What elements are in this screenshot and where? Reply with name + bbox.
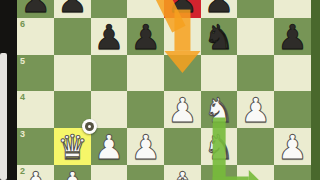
piece-white-pawn-d3[interactable]: ♟ [131,128,161,165]
square-b7[interactable]: ♟ [54,0,91,18]
piece-black-knight-f6[interactable]: ♞ [204,18,234,55]
square-g5[interactable] [237,55,274,92]
square-h4[interactable] [274,91,311,128]
square-h6[interactable]: ♟ [274,18,311,55]
piece-white-bishop-e2[interactable]: ♝ [167,165,197,180]
square-g7[interactable] [237,0,274,18]
square-h5[interactable] [274,55,311,92]
square-e5[interactable] [164,55,201,92]
bullseye-marker-icon [82,119,97,134]
square-c2[interactable] [91,165,128,180]
square-d5[interactable] [127,55,164,92]
square-f7[interactable]: ♟ [201,0,238,18]
square-b6[interactable] [54,18,91,55]
piece-black-pawn-d6[interactable]: ♟ [131,18,161,55]
piece-white-pawn-b2[interactable]: ♟ [57,165,87,180]
square-g2[interactable] [237,165,274,180]
piece-black-pawn-b7[interactable]: ♟ [57,0,87,18]
square-f2[interactable] [201,165,238,180]
piece-black-pawn-c6[interactable]: ♟ [94,18,124,55]
square-a7[interactable]: ♟ [17,0,54,18]
piece-white-pawn-g4[interactable]: ♟ [241,92,271,129]
square-g6[interactable] [237,18,274,55]
chess-board: ♟♟♟♟♟♟♞♟♟♞♟♛♟♟♞♟♟♟♝65432 [17,0,310,180]
square-d2[interactable] [127,165,164,180]
piece-white-queen-b3[interactable]: ♛ [57,128,87,165]
square-d7[interactable] [127,0,164,18]
square-d6[interactable]: ♟ [127,18,164,55]
square-e2[interactable]: ♝ [164,165,201,180]
piece-white-pawn-a2[interactable]: ♟ [20,165,50,180]
square-c3[interactable]: ♟ [91,128,128,165]
square-c7[interactable] [91,0,128,18]
scrollbar-thumb[interactable] [0,53,7,180]
square-f6[interactable]: ♞ [201,18,238,55]
square-e4[interactable]: ♟ [164,91,201,128]
piece-black-pawn-e7[interactable]: ♟ [167,0,197,18]
bullseye-ring [85,122,94,131]
rank-label-4: 4 [20,93,25,102]
board-right-edge-strip [311,0,320,180]
square-e6[interactable] [164,18,201,55]
chessboard-viewport: { "game": "chess", "view": "cropped anal… [0,0,320,180]
square-f5[interactable] [201,55,238,92]
square-h3[interactable]: ♟ [274,128,311,165]
square-g3[interactable] [237,128,274,165]
square-h2[interactable] [274,165,311,180]
bullseye-dot [88,125,92,129]
piece-black-pawn-h6[interactable]: ♟ [277,18,307,55]
piece-white-knight-f3[interactable]: ♞ [204,128,234,165]
square-g4[interactable]: ♟ [237,91,274,128]
square-b5[interactable] [54,55,91,92]
piece-white-pawn-e4[interactable]: ♟ [167,92,197,129]
square-c6[interactable]: ♟ [91,18,128,55]
rank-label-5: 5 [20,57,25,66]
piece-black-pawn-a7[interactable]: ♟ [20,0,50,18]
square-e3[interactable] [164,128,201,165]
square-h7[interactable] [274,0,311,18]
square-f3[interactable]: ♞ [201,128,238,165]
square-b2[interactable]: ♟ [54,165,91,180]
piece-white-pawn-h3[interactable]: ♟ [277,128,307,165]
square-d4[interactable] [127,91,164,128]
piece-white-pawn-c3[interactable]: ♟ [94,128,124,165]
rank-label-3: 3 [20,130,25,139]
rank-label-2: 2 [20,167,25,176]
piece-white-knight-f4[interactable]: ♞ [204,92,234,129]
square-d3[interactable]: ♟ [127,128,164,165]
rank-label-6: 6 [20,20,25,29]
square-e7[interactable]: ♟ [164,0,201,18]
square-f4[interactable]: ♞ [201,91,238,128]
square-b3[interactable]: ♛ [54,128,91,165]
square-c5[interactable] [91,55,128,92]
